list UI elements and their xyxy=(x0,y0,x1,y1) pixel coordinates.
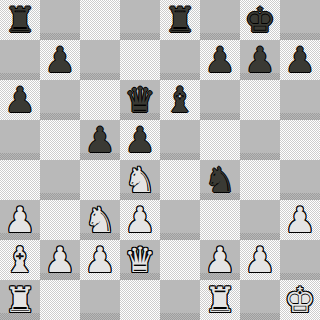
square-h8[interactable] xyxy=(280,0,320,40)
square-g1[interactable] xyxy=(240,280,280,320)
square-g4[interactable] xyxy=(240,160,280,200)
square-e5[interactable] xyxy=(160,120,200,160)
square-b6[interactable] xyxy=(40,80,80,120)
piece-black-queen[interactable]: ♛ xyxy=(120,80,160,120)
piece-black-knight[interactable]: ♞ xyxy=(200,160,240,200)
piece-white-pawn[interactable]: ♟ xyxy=(200,240,240,280)
piece-black-pawn[interactable]: ♟ xyxy=(280,40,320,80)
square-b1[interactable] xyxy=(40,280,80,320)
square-g7[interactable]: ♟ xyxy=(240,40,280,80)
square-a2[interactable]: ♝ xyxy=(0,240,40,280)
piece-black-pawn[interactable]: ♟ xyxy=(40,40,80,80)
square-d7[interactable] xyxy=(120,40,160,80)
square-d4[interactable]: ♞ xyxy=(120,160,160,200)
square-b3[interactable] xyxy=(40,200,80,240)
chessboard: ♜♜♚♟♟♟♟♟♛♝♟♟♞♞♟♞♟♟♝♟♟♛♟♟♜♜♚ xyxy=(0,0,320,320)
square-b8[interactable] xyxy=(40,0,80,40)
piece-white-pawn[interactable]: ♟ xyxy=(120,200,160,240)
square-e1[interactable] xyxy=(160,280,200,320)
square-h5[interactable] xyxy=(280,120,320,160)
piece-black-pawn[interactable]: ♟ xyxy=(240,40,280,80)
square-a6[interactable]: ♟ xyxy=(0,80,40,120)
square-c2[interactable]: ♟ xyxy=(80,240,120,280)
square-d3[interactable]: ♟ xyxy=(120,200,160,240)
piece-white-bishop[interactable]: ♝ xyxy=(0,240,40,280)
square-h3[interactable]: ♟ xyxy=(280,200,320,240)
piece-black-rook[interactable]: ♜ xyxy=(160,0,200,40)
square-c4[interactable] xyxy=(80,160,120,200)
square-e7[interactable] xyxy=(160,40,200,80)
square-a3[interactable]: ♟ xyxy=(0,200,40,240)
square-a4[interactable] xyxy=(0,160,40,200)
square-b4[interactable] xyxy=(40,160,80,200)
square-d2[interactable]: ♛ xyxy=(120,240,160,280)
piece-white-pawn[interactable]: ♟ xyxy=(280,200,320,240)
piece-white-king[interactable]: ♚ xyxy=(280,280,320,320)
piece-black-pawn[interactable]: ♟ xyxy=(0,80,40,120)
square-c5[interactable]: ♟ xyxy=(80,120,120,160)
square-h2[interactable] xyxy=(280,240,320,280)
square-a1[interactable]: ♜ xyxy=(0,280,40,320)
square-a5[interactable] xyxy=(0,120,40,160)
square-d8[interactable] xyxy=(120,0,160,40)
piece-black-pawn[interactable]: ♟ xyxy=(80,120,120,160)
piece-white-pawn[interactable]: ♟ xyxy=(80,240,120,280)
square-e4[interactable] xyxy=(160,160,200,200)
piece-white-rook[interactable]: ♜ xyxy=(200,280,240,320)
square-h6[interactable] xyxy=(280,80,320,120)
square-a8[interactable]: ♜ xyxy=(0,0,40,40)
square-b7[interactable]: ♟ xyxy=(40,40,80,80)
square-f2[interactable]: ♟ xyxy=(200,240,240,280)
square-c7[interactable] xyxy=(80,40,120,80)
piece-white-pawn[interactable]: ♟ xyxy=(0,200,40,240)
square-h1[interactable]: ♚ xyxy=(280,280,320,320)
square-c3[interactable]: ♞ xyxy=(80,200,120,240)
square-d1[interactable] xyxy=(120,280,160,320)
square-g8[interactable]: ♚ xyxy=(240,0,280,40)
square-d5[interactable]: ♟ xyxy=(120,120,160,160)
square-f7[interactable]: ♟ xyxy=(200,40,240,80)
piece-white-knight[interactable]: ♞ xyxy=(120,160,160,200)
square-f3[interactable] xyxy=(200,200,240,240)
square-e3[interactable] xyxy=(160,200,200,240)
square-g6[interactable] xyxy=(240,80,280,120)
square-f1[interactable]: ♜ xyxy=(200,280,240,320)
square-b2[interactable]: ♟ xyxy=(40,240,80,280)
square-f5[interactable] xyxy=(200,120,240,160)
piece-black-bishop[interactable]: ♝ xyxy=(160,80,200,120)
square-h4[interactable] xyxy=(280,160,320,200)
piece-black-rook[interactable]: ♜ xyxy=(0,0,40,40)
square-c8[interactable] xyxy=(80,0,120,40)
square-e2[interactable] xyxy=(160,240,200,280)
piece-white-rook[interactable]: ♜ xyxy=(0,280,40,320)
piece-white-knight[interactable]: ♞ xyxy=(80,200,120,240)
piece-white-pawn[interactable]: ♟ xyxy=(40,240,80,280)
square-a7[interactable] xyxy=(0,40,40,80)
square-c6[interactable] xyxy=(80,80,120,120)
square-f4[interactable]: ♞ xyxy=(200,160,240,200)
square-e6[interactable]: ♝ xyxy=(160,80,200,120)
square-d6[interactable]: ♛ xyxy=(120,80,160,120)
piece-white-queen[interactable]: ♛ xyxy=(120,240,160,280)
square-f8[interactable] xyxy=(200,0,240,40)
square-c1[interactable] xyxy=(80,280,120,320)
square-g2[interactable]: ♟ xyxy=(240,240,280,280)
piece-black-pawn[interactable]: ♟ xyxy=(200,40,240,80)
square-e8[interactable]: ♜ xyxy=(160,0,200,40)
square-h7[interactable]: ♟ xyxy=(280,40,320,80)
square-b5[interactable] xyxy=(40,120,80,160)
square-f6[interactable] xyxy=(200,80,240,120)
piece-black-king[interactable]: ♚ xyxy=(240,0,280,40)
square-g3[interactable] xyxy=(240,200,280,240)
piece-black-pawn[interactable]: ♟ xyxy=(120,120,160,160)
square-g5[interactable] xyxy=(240,120,280,160)
piece-white-pawn[interactable]: ♟ xyxy=(240,240,280,280)
